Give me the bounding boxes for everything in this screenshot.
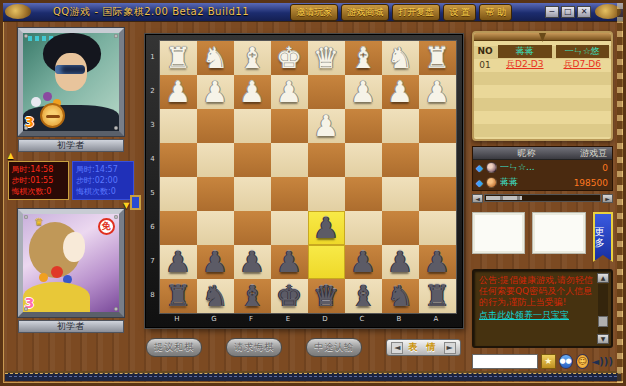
- avatar-shirt: [23, 105, 119, 131]
- scroll-left-icon[interactable]: ◄: [472, 194, 483, 203]
- bottom-player-rank-plate: 初学者: [18, 320, 124, 333]
- right-sidebar: NO 蒋蒋 一ㄣ☆悠 01 兵D2-D3 兵D7-D6 昵称 游戏豆 ◆: [472, 23, 620, 370]
- rank-labels: 12345678: [148, 40, 158, 312]
- square-d3[interactable]: ♟: [308, 109, 345, 143]
- square-f3[interactable]: [234, 109, 271, 143]
- player-score: 198500: [574, 178, 608, 188]
- square-c8[interactable]: ♝: [345, 279, 382, 313]
- square-g6[interactable]: [197, 211, 234, 245]
- game-window: QQ游戏 - 国际象棋2.00 Beta2 Build11 邀请玩家 游戏商城 …: [0, 0, 626, 386]
- hscroll-track[interactable]: [484, 194, 601, 202]
- hscroll-thumb[interactable]: [486, 196, 522, 200]
- square-d2[interactable]: [308, 75, 345, 109]
- window-controls: ─ □ ✕: [545, 6, 591, 18]
- square-a8[interactable]: ♜: [419, 279, 456, 313]
- square-e6[interactable]: [271, 211, 308, 245]
- game-mall-button[interactable]: 游戏商城: [341, 4, 389, 21]
- sunglasses-icon: [55, 65, 85, 74]
- piece-white-pawn: ♟: [276, 78, 302, 107]
- square-c2[interactable]: ♟: [345, 75, 382, 109]
- square-c7[interactable]: ♟: [345, 245, 382, 279]
- nickname-header: 昵称: [473, 147, 580, 160]
- minimize-button[interactable]: ─: [545, 6, 559, 18]
- piece-white-pawn: ♟: [239, 78, 265, 107]
- move-list-header: NO 蒋蒋 一ㄣ☆悠: [474, 44, 611, 58]
- square-d8[interactable]: ♛: [308, 279, 345, 313]
- chat-input[interactable]: [472, 354, 538, 369]
- square-b2[interactable]: ♟: [382, 75, 419, 109]
- piece-white-pawn: ♟: [313, 112, 339, 141]
- square-e7[interactable]: ♟: [271, 245, 308, 279]
- square-a4[interactable]: [419, 143, 456, 177]
- rank-label: 2: [148, 74, 158, 108]
- square-c6[interactable]: [345, 211, 382, 245]
- adopt-pet-link[interactable]: 点击此处领养一只宝宝: [479, 310, 594, 321]
- player-list-panel: 昵称 游戏豆 ◆ 一ㄣ☆... 0 ◆ 蒋蒋 198500: [472, 146, 613, 191]
- bottom-player-card: ♛ 免 3 初学者: [18, 209, 124, 333]
- white-step-time: 步时:01:55: [12, 175, 69, 186]
- top-player-avatar: 3: [18, 28, 124, 136]
- scroll-right-icon[interactable]: ►: [602, 194, 613, 203]
- piece-black-rook: ♜: [165, 282, 191, 311]
- emoji-button[interactable]: ☺: [576, 354, 589, 369]
- black-move[interactable]: 兵D7-D6: [554, 58, 612, 71]
- square-b8[interactable]: ♞: [382, 279, 419, 313]
- square-a3[interactable]: [419, 109, 456, 143]
- move-row: 01 兵D2-D3 兵D7-D6: [474, 58, 611, 71]
- item-slot[interactable]: [532, 212, 585, 254]
- file-label: G: [196, 315, 233, 326]
- white-undo-count: 悔棋次数:0: [12, 186, 69, 197]
- more-button[interactable]: 更多: [593, 212, 613, 262]
- board-area: 12345678 ♜♞♝♚♛♝♞♜♟♟♟♟♟♟♟♟♟♟♟♟♟♟♟♟♜♞♝♚♛♝♞…: [135, 23, 472, 370]
- top-player-card: 3 初学者: [18, 28, 124, 152]
- white-player-name: 蒋蒋: [498, 45, 552, 58]
- left-sidebar: 3 初学者 ▲ 局时:14:58 步时:01:55 悔棋次数:0 局时:14:5…: [6, 23, 135, 370]
- square-e1[interactable]: ♚: [271, 41, 308, 75]
- piece-white-knight: ♞: [387, 44, 413, 73]
- piece-white-bishop: ♝: [239, 44, 265, 73]
- maximize-button[interactable]: □: [561, 6, 575, 18]
- piece-black-king: ♚: [276, 282, 302, 311]
- square-f1[interactable]: ♝: [234, 41, 271, 75]
- square-b6[interactable]: [382, 211, 419, 245]
- action-buttons-row: 提议和棋 请求悔棋 中途认输 ◄ 表 情 ►: [146, 338, 460, 357]
- piece-black-knight: ♞: [202, 282, 228, 311]
- right-gold-frame: [617, 3, 623, 383]
- request-undo-button[interactable]: 请求悔棋: [226, 338, 282, 357]
- player-list-header: 昵称 游戏豆: [473, 147, 612, 160]
- piece-white-king: ♚: [276, 44, 302, 73]
- emote-prev-icon[interactable]: ◄: [391, 342, 403, 354]
- square-g5[interactable]: [197, 177, 234, 211]
- flower-icon: [43, 92, 52, 101]
- square-e8[interactable]: ♚: [271, 279, 308, 313]
- offer-draw-button[interactable]: 提议和棋: [146, 338, 202, 357]
- piece-white-pawn: ♟: [387, 78, 413, 107]
- piece-white-pawn: ♟: [165, 78, 191, 107]
- item-slots-row: 更多: [472, 212, 613, 262]
- avatar-face: [63, 232, 85, 262]
- flower-icon: [31, 97, 41, 107]
- square-h1[interactable]: ♜: [160, 41, 197, 75]
- title-bar: QQ游戏 - 国际象棋2.00 Beta2 Build11 邀请玩家 游戏商城 …: [3, 3, 623, 22]
- active-player-up-arrow-icon: ▲: [8, 151, 14, 160]
- piece-black-pawn: ♟: [202, 248, 228, 277]
- move-list-scroll: NO 蒋蒋 一ㄣ☆悠 01 兵D2-D3 兵D7-D6: [472, 31, 613, 141]
- main-area: 3 初学者 ▲ 局时:14:58 步时:01:55 悔棋次数:0 局时:14:5…: [6, 23, 620, 370]
- timer-clock-icon: [40, 103, 65, 128]
- bottom-player-avatar: ♛ 免 3: [18, 209, 124, 317]
- player-score: 0: [602, 163, 608, 173]
- rank-label: 7: [148, 244, 158, 278]
- free-badge: 免: [98, 218, 115, 235]
- rank-label: 8: [148, 278, 158, 312]
- black-timer: 局时:14:57 步时:02:00 悔棋次数:0: [72, 161, 134, 200]
- square-d4[interactable]: [308, 143, 345, 177]
- piece-black-pawn: ♟: [313, 214, 339, 243]
- square-b3[interactable]: [382, 109, 419, 143]
- piece-black-pawn: ♟: [387, 248, 413, 277]
- square-g2[interactable]: ♟: [197, 75, 234, 109]
- square-h2[interactable]: ♟: [160, 75, 197, 109]
- chat-vscrollbar: ▲ ▼: [597, 273, 609, 344]
- square-h5[interactable]: [160, 177, 197, 211]
- black-step-time: 步时:02:00: [76, 175, 133, 186]
- item-slot[interactable]: [472, 212, 525, 254]
- scroll-up-icon[interactable]: ▲: [597, 273, 609, 283]
- square-e4[interactable]: [271, 143, 308, 177]
- piece-black-pawn: ♟: [239, 248, 265, 277]
- chat-box: 公告:提倡健康游戏,请勿轻信任何索要QQ密码及个人信息的行为,谨防上当受骗! 点…: [472, 269, 613, 348]
- piece-white-queen: ♛: [313, 44, 339, 73]
- player-list-hscrollbar: ◄ ►: [472, 193, 613, 203]
- rank-label: 4: [148, 142, 158, 176]
- corner-ornament-icon: [5, 4, 31, 19]
- emote-selector[interactable]: ◄ 表 情 ►: [386, 339, 460, 356]
- square-b4[interactable]: [382, 143, 419, 177]
- square-c5[interactable]: [345, 177, 382, 211]
- piece-black-bishop: ♝: [239, 282, 265, 311]
- white-move[interactable]: 兵D2-D3: [496, 58, 554, 71]
- square-f5[interactable]: [234, 177, 271, 211]
- invite-player-button[interactable]: 邀请玩家: [290, 4, 338, 21]
- square-d5[interactable]: [308, 177, 345, 211]
- square-a7[interactable]: ♟: [419, 245, 456, 279]
- rank-label: 5: [148, 176, 158, 210]
- scroll-down-icon[interactable]: ▼: [597, 334, 609, 344]
- piece-black-knight: ♞: [387, 282, 413, 311]
- file-label: E: [270, 315, 307, 326]
- chess-board: ♜♞♝♚♛♝♞♜♟♟♟♟♟♟♟♟♟♟♟♟♟♟♟♟♜♞♝♚♛♝♞♜: [159, 40, 457, 314]
- square-b7[interactable]: ♟: [382, 245, 419, 279]
- square-b1[interactable]: ♞: [382, 41, 419, 75]
- file-label: F: [233, 315, 270, 326]
- window-title: QQ游戏 - 国际象棋2.00 Beta2 Build11: [53, 5, 249, 19]
- square-g3[interactable]: [197, 109, 234, 143]
- square-f7[interactable]: ♟: [234, 245, 271, 279]
- square-h4[interactable]: [160, 143, 197, 177]
- square-h7[interactable]: ♟: [160, 245, 197, 279]
- square-h8[interactable]: ♜: [160, 279, 197, 313]
- square-f2[interactable]: ♟: [234, 75, 271, 109]
- square-g7[interactable]: ♟: [197, 245, 234, 279]
- piece-black-bishop: ♝: [350, 282, 376, 311]
- square-e2[interactable]: ♟: [271, 75, 308, 109]
- file-label: H: [159, 315, 196, 326]
- piece-white-pawn: ♟: [202, 78, 228, 107]
- vscroll-track[interactable]: [598, 284, 608, 333]
- square-e5[interactable]: [271, 177, 308, 211]
- square-a2[interactable]: ♟: [419, 75, 456, 109]
- square-a1[interactable]: ♜: [419, 41, 456, 75]
- square-f6[interactable]: [234, 211, 271, 245]
- timer-panel: ▲ 局时:14:58 步时:01:55 悔棋次数:0 局时:14:57 步时:0…: [8, 161, 134, 200]
- help-button[interactable]: 帮 助: [479, 4, 512, 21]
- piece-black-pawn: ♟: [424, 248, 450, 277]
- chat-input-row: ★ ●● ☺ ◄))): [472, 352, 613, 370]
- piece-white-knight: ♞: [202, 44, 228, 73]
- piece-white-bishop: ♝: [350, 44, 376, 73]
- black-undo-count: 悔棋次数:0: [76, 186, 133, 197]
- avatar: [486, 177, 497, 188]
- rank-label: 1: [148, 40, 158, 74]
- speaker-icon[interactable]: ◄))): [592, 356, 613, 367]
- square-a5[interactable]: [419, 177, 456, 211]
- resign-button[interactable]: 中途认输: [306, 338, 362, 357]
- player-name: 一ㄣ☆...: [500, 161, 599, 174]
- rank-label: 6: [148, 210, 158, 244]
- more-button-label: 更多: [595, 226, 611, 248]
- crown-icon: ♛: [35, 216, 44, 227]
- square-b5[interactable]: [382, 177, 419, 211]
- square-d6[interactable]: ♟: [308, 211, 345, 245]
- board-frame: 12345678 ♜♞♝♚♛♝♞♜♟♟♟♟♟♟♟♟♟♟♟♟♟♟♟♟♜♞♝♚♛♝♞…: [145, 34, 463, 328]
- rank-label: 3: [148, 108, 158, 142]
- close-button[interactable]: ✕: [577, 6, 591, 18]
- emote-label: 表 情: [408, 341, 438, 354]
- square-g1[interactable]: ♞: [197, 41, 234, 75]
- avatar: [486, 162, 497, 173]
- black-player-name: 一ㄣ☆悠: [556, 45, 610, 58]
- square-f4[interactable]: [234, 143, 271, 177]
- square-g4[interactable]: [197, 143, 234, 177]
- piece-black-queen: ♛: [313, 282, 339, 311]
- piece-black-pawn: ♟: [350, 248, 376, 277]
- square-d7[interactable]: [308, 245, 345, 279]
- white-game-time: 局时:14:58: [12, 164, 69, 175]
- piece-white-rook: ♜: [424, 44, 450, 73]
- file-label: B: [381, 315, 418, 326]
- settings-button[interactable]: 设 置: [443, 4, 476, 21]
- menu-buttons: 邀请玩家 游戏商城 打开复盘 设 置 帮 助: [290, 4, 512, 21]
- square-f8[interactable]: ♝: [234, 279, 271, 313]
- move-number-header: NO: [474, 46, 496, 56]
- move-number: 01: [474, 60, 496, 70]
- avatar-art: 3: [23, 33, 119, 131]
- system-announcement: 公告:提倡健康游戏,请勿轻信任何索要QQ密码及个人信息的行为,谨防上当受骗!: [479, 275, 594, 308]
- piece-black-rook: ♜: [424, 282, 450, 311]
- file-label: A: [418, 315, 455, 326]
- white-timer: 局时:14:58 步时:01:55 悔棋次数:0: [8, 161, 70, 200]
- square-g8[interactable]: ♞: [197, 279, 234, 313]
- square-c1[interactable]: ♝: [345, 41, 382, 75]
- square-e3[interactable]: [271, 109, 308, 143]
- piece-black-pawn: ♟: [276, 248, 302, 277]
- chat-bubble-button[interactable]: ●●: [559, 354, 573, 369]
- open-replay-button[interactable]: 打开复盘: [392, 4, 440, 21]
- flower-icon: [39, 273, 48, 282]
- square-h3[interactable]: [160, 109, 197, 143]
- square-c4[interactable]: [345, 143, 382, 177]
- file-label: D: [307, 315, 344, 326]
- piece-white-pawn: ♟: [424, 78, 450, 107]
- gem-icon: ◆: [476, 163, 483, 173]
- emote-next-icon[interactable]: ►: [444, 342, 456, 354]
- square-h6[interactable]: [160, 211, 197, 245]
- top-player-rank-plate: 初学者: [18, 139, 124, 152]
- bottom-stitched-band: [5, 371, 621, 381]
- player-name: 蒋蒋: [500, 176, 571, 189]
- send-star-button[interactable]: ★: [541, 354, 556, 369]
- score-header: 游戏豆: [580, 147, 612, 160]
- player-list-row[interactable]: ◆ 蒋蒋 198500: [473, 175, 612, 190]
- piece-white-pawn: ♟: [350, 78, 376, 107]
- piece-black-pawn: ♟: [165, 248, 191, 277]
- file-labels: HGFEDCBA: [159, 315, 455, 326]
- black-game-time: 局时:14:57: [76, 164, 133, 175]
- square-c3[interactable]: [345, 109, 382, 143]
- piece-white-rook: ♜: [165, 44, 191, 73]
- square-d1[interactable]: ♛: [308, 41, 345, 75]
- square-a6[interactable]: [419, 211, 456, 245]
- avatar-art: ♛ 免 3: [23, 214, 119, 312]
- file-label: C: [344, 315, 381, 326]
- mini-frame-icon: [130, 195, 141, 210]
- gem-icon: ◆: [476, 178, 483, 188]
- player-list-row[interactable]: ◆ 一ㄣ☆... 0: [473, 160, 612, 175]
- flower-icon: [51, 266, 63, 278]
- vscroll-thumb[interactable]: [598, 316, 608, 327]
